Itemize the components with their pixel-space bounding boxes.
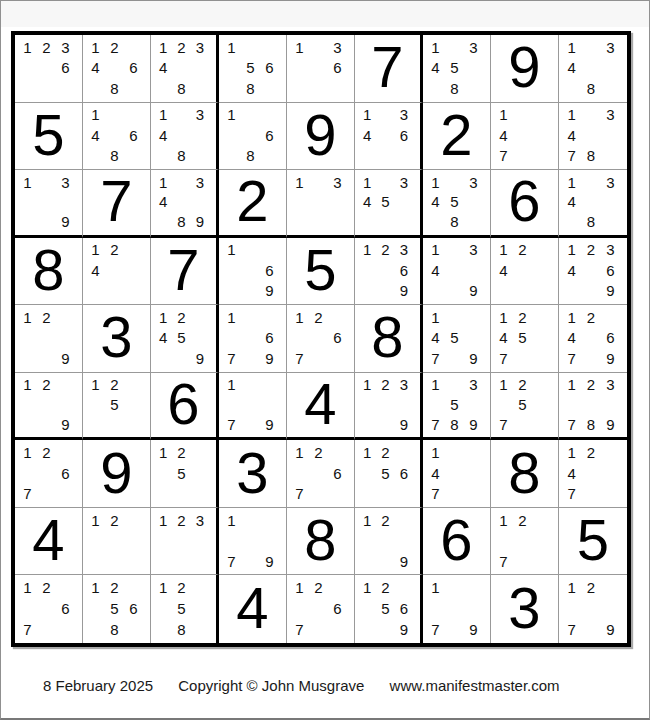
- cell-r1c9[interactable]: 1348: [559, 35, 627, 103]
- pencil-mark-3: [56, 577, 75, 598]
- pencil-mark-9: 9: [260, 348, 279, 369]
- cell-r2c6[interactable]: 1346: [355, 103, 423, 171]
- pencil-mark-2: [513, 105, 532, 126]
- pencil-mark-6: [464, 58, 483, 79]
- pencil-mark-2: [241, 307, 260, 328]
- cell-r6c1[interactable]: 129: [15, 373, 83, 441]
- pencil-mark-6: [532, 260, 551, 281]
- cell-r5c5[interactable]: 1267: [287, 305, 355, 373]
- pencil-mark-5: [376, 395, 394, 415]
- cell-r2c9[interactable]: 13478: [559, 103, 627, 171]
- pencil-mark-5: [37, 328, 56, 349]
- cell-r9c6[interactable]: 12569: [355, 575, 423, 643]
- cell-r5c9[interactable]: 124679: [559, 305, 627, 373]
- cell-r7c2[interactable]: 9: [83, 440, 151, 508]
- pencil-mark-1: 1: [426, 37, 445, 58]
- pencil-mark-3: [260, 307, 279, 328]
- cell-r5c3[interactable]: 12459: [151, 305, 219, 373]
- pencil-mark-4: [86, 530, 105, 551]
- cell-r6c8[interactable]: 1257: [491, 373, 559, 441]
- pencil-mark-4: [426, 395, 445, 415]
- cell-r7c3[interactable]: 125: [151, 440, 219, 508]
- pencil-mark-9: [601, 212, 620, 232]
- pencil-mark-9: 9: [464, 348, 483, 369]
- pencil-mark-2: 2: [513, 510, 532, 531]
- pencil-mark-2: [172, 172, 190, 192]
- pencil-mark-9: [395, 483, 413, 504]
- pencil-mark-1: 1: [222, 307, 241, 328]
- pencil-mark-4: [18, 463, 37, 484]
- pencil-mark-1: 1: [358, 577, 376, 598]
- pencil-mark-3: 3: [464, 240, 483, 261]
- pencil-mark-3: 3: [56, 172, 75, 192]
- pencil-mark-4: [222, 58, 241, 79]
- pencil-mark-1: 1: [222, 375, 241, 395]
- pencil-mark-7: [494, 281, 513, 302]
- pencil-mark-6: [601, 463, 620, 484]
- cell-r3c2[interactable]: 7: [83, 170, 151, 238]
- cell-r8c7[interactable]: 6: [423, 508, 491, 576]
- pencil-mark-3: 3: [601, 240, 620, 261]
- pencil-mark-7: [18, 78, 37, 99]
- pencil-mark-3: 3: [328, 37, 347, 58]
- cell-r1c1[interactable]: 1236: [15, 35, 83, 103]
- pencil-mark-9: 9: [601, 414, 620, 434]
- pencil-mark-2: [445, 37, 464, 58]
- cell-r1c7[interactable]: 13458: [423, 35, 491, 103]
- cell-r8c1[interactable]: 4: [15, 508, 83, 576]
- pencil-mark-1: 1: [562, 442, 581, 463]
- pencil-mark-4: [222, 395, 241, 415]
- pencil-mark-3: [532, 105, 551, 126]
- pencil-marks: 1267: [18, 442, 75, 504]
- footer-website-link[interactable]: www.manifestmaster.com: [390, 677, 560, 694]
- pencil-mark-8: 8: [172, 146, 190, 167]
- pencil-mark-1: 1: [222, 37, 241, 58]
- pencil-mark-3: [260, 105, 279, 126]
- pencil-mark-5: 5: [376, 598, 394, 619]
- solved-digit: 6: [440, 511, 472, 569]
- pencil-mark-7: 7: [222, 414, 241, 434]
- footer-copyright: Copyright © John Musgrave: [178, 677, 364, 694]
- pencil-marks: 1267: [290, 577, 347, 640]
- pencil-mark-4: [154, 598, 172, 619]
- cell-r3c6[interactable]: 1345: [355, 170, 423, 238]
- cell-r7c7[interactable]: 147: [423, 440, 491, 508]
- pencil-mark-6: [464, 463, 483, 484]
- cell-r3c3[interactable]: 13489: [151, 170, 219, 238]
- pencil-mark-5: [37, 192, 56, 212]
- cell-r8c8[interactable]: 127: [491, 508, 559, 576]
- pencil-mark-7: [358, 551, 376, 572]
- pencil-mark-7: [562, 78, 581, 99]
- pencil-mark-6: [395, 530, 413, 551]
- pencil-marks: 12457: [494, 307, 551, 369]
- pencil-mark-4: 4: [154, 328, 172, 349]
- pencil-marks: 1568: [222, 37, 279, 99]
- pencil-mark-6: 6: [260, 328, 279, 349]
- pencil-mark-7: 7: [494, 146, 513, 167]
- pencil-mark-5: 5: [376, 463, 394, 484]
- pencil-mark-9: [328, 348, 347, 369]
- cell-r5c8[interactable]: 12457: [491, 305, 559, 373]
- cell-r5c6[interactable]: 8: [355, 305, 423, 373]
- pencil-mark-2: 2: [37, 307, 56, 328]
- pencil-mark-4: [358, 395, 376, 415]
- pencil-mark-5: [581, 328, 600, 349]
- pencil-mark-8: [105, 281, 124, 302]
- pencil-marks: 13458: [426, 172, 483, 232]
- pencil-mark-2: [445, 375, 464, 395]
- cell-r4c9[interactable]: 123469: [559, 238, 627, 306]
- pencil-mark-7: 7: [290, 483, 309, 504]
- cell-r9c2[interactable]: 12568: [83, 575, 151, 643]
- cell-r4c6[interactable]: 12369: [355, 238, 423, 306]
- pencil-marks: 12569: [358, 577, 413, 640]
- pencil-mark-4: [358, 530, 376, 551]
- cell-r4c8[interactable]: 124: [491, 238, 559, 306]
- pencil-marks: 1349: [426, 240, 483, 302]
- pencil-mark-4: [494, 530, 513, 551]
- pencil-mark-2: [241, 37, 260, 58]
- pencil-mark-8: 8: [172, 212, 190, 232]
- pencil-mark-3: [328, 442, 347, 463]
- pencil-mark-1: 1: [290, 307, 309, 328]
- sudoku-board: 1236124681234815681367134589134851468134…: [11, 31, 631, 647]
- cell-r2c7[interactable]: 2: [423, 103, 491, 171]
- pencil-mark-1: 1: [154, 577, 172, 598]
- pencil-mark-1: 1: [154, 510, 172, 531]
- pencil-mark-3: 3: [395, 240, 413, 261]
- pencil-mark-2: 2: [105, 577, 124, 598]
- cell-r2c3[interactable]: 1348: [151, 103, 219, 171]
- pencil-mark-7: [86, 414, 105, 434]
- pencil-mark-4: 4: [562, 463, 581, 484]
- pencil-marks: 1257: [494, 375, 551, 435]
- pencil-marks: 129: [358, 510, 413, 572]
- pencil-mark-7: 7: [426, 619, 445, 640]
- cell-r9c3[interactable]: 1258: [151, 575, 219, 643]
- cell-r3c5[interactable]: 13: [287, 170, 355, 238]
- pencil-mark-9: 9: [56, 414, 75, 434]
- pencil-mark-6: 6: [56, 598, 75, 619]
- pencil-marks: 168: [222, 105, 279, 167]
- pencil-mark-9: [56, 619, 75, 640]
- solved-digit: 9: [100, 444, 132, 502]
- cell-r2c2[interactable]: 1468: [83, 103, 151, 171]
- pencil-mark-2: [172, 105, 190, 126]
- pencil-mark-5: [105, 58, 124, 79]
- pencil-mark-8: 8: [445, 78, 464, 99]
- cell-r6c9[interactable]: 123789: [559, 373, 627, 441]
- pencil-mark-1: 1: [222, 240, 241, 261]
- pencil-mark-6: [191, 192, 209, 212]
- pencil-mark-5: [241, 125, 260, 146]
- pencil-mark-4: 4: [426, 463, 445, 484]
- pencil-mark-4: [18, 192, 37, 212]
- cell-r9c7[interactable]: 179: [423, 575, 491, 643]
- pencil-mark-5: [581, 395, 600, 415]
- pencil-mark-5: 5: [172, 328, 190, 349]
- pencil-mark-8: [105, 551, 124, 572]
- pencil-mark-2: [309, 172, 328, 192]
- pencil-mark-5: [376, 125, 394, 146]
- pencil-mark-1: 1: [358, 105, 376, 126]
- solved-digit: 8: [371, 308, 403, 366]
- pencil-mark-6: [260, 395, 279, 415]
- cell-r9c9[interactable]: 1279: [559, 575, 627, 643]
- cell-r9c5[interactable]: 1267: [287, 575, 355, 643]
- cell-r5c2[interactable]: 3: [83, 305, 151, 373]
- cell-r8c4[interactable]: 179: [219, 508, 287, 576]
- pencil-mark-6: [464, 598, 483, 619]
- cell-r9c1[interactable]: 1267: [15, 575, 83, 643]
- cell-r9c4[interactable]: 4: [219, 575, 287, 643]
- pencil-mark-3: [260, 375, 279, 395]
- cell-r5c1[interactable]: 129: [15, 305, 83, 373]
- cell-r6c7[interactable]: 135789: [423, 373, 491, 441]
- pencil-mark-6: [464, 192, 483, 212]
- pencil-mark-6: [124, 530, 143, 551]
- cell-r3c8[interactable]: 6: [491, 170, 559, 238]
- pencil-mark-9: [532, 414, 551, 434]
- pencil-mark-4: [290, 328, 309, 349]
- pencil-mark-5: [172, 530, 190, 551]
- cell-r3c1[interactable]: 139: [15, 170, 83, 238]
- pencil-mark-1: 1: [18, 442, 37, 463]
- pencil-mark-9: [191, 78, 209, 99]
- cell-r4c2[interactable]: 124: [83, 238, 151, 306]
- pencil-mark-1: 1: [18, 172, 37, 192]
- pencil-mark-2: [445, 442, 464, 463]
- cell-r7c8[interactable]: 8: [491, 440, 559, 508]
- pencil-mark-7: [86, 146, 105, 167]
- pencil-mark-9: [124, 619, 143, 640]
- pencil-mark-3: [601, 307, 620, 328]
- pencil-mark-8: 8: [445, 212, 464, 232]
- solved-digit: 5: [577, 511, 609, 569]
- pencil-mark-1: 1: [562, 307, 581, 328]
- pencil-mark-2: 2: [172, 37, 190, 58]
- pencil-mark-5: [105, 260, 124, 281]
- pencil-marks: 135789: [426, 375, 483, 435]
- cell-r1c3[interactable]: 12348: [151, 35, 219, 103]
- footer: 8 February 2025 Copyright © John Musgrav…: [43, 677, 560, 694]
- pencil-mark-8: 8: [105, 619, 124, 640]
- pencil-mark-2: [445, 577, 464, 598]
- pencil-mark-3: 3: [601, 37, 620, 58]
- cell-r4c5[interactable]: 5: [287, 238, 355, 306]
- pencil-mark-8: [445, 348, 464, 369]
- pencil-mark-1: 1: [154, 442, 172, 463]
- cell-r4c7[interactable]: 1349: [423, 238, 491, 306]
- pencil-marks: 13478: [562, 105, 620, 167]
- pencil-mark-7: 7: [562, 348, 581, 369]
- pencil-mark-6: 6: [601, 260, 620, 281]
- pencil-mark-7: [562, 281, 581, 302]
- pencil-mark-3: 3: [191, 37, 209, 58]
- pencil-marks: 14579: [426, 307, 483, 369]
- pencil-mark-3: [124, 240, 143, 261]
- pencil-mark-7: 7: [18, 619, 37, 640]
- pencil-mark-3: 3: [601, 105, 620, 126]
- pencil-mark-8: [241, 281, 260, 302]
- cell-r5c7[interactable]: 14579: [423, 305, 491, 373]
- pencil-mark-9: [56, 78, 75, 99]
- pencil-mark-1: 1: [562, 577, 581, 598]
- pencil-mark-2: 2: [376, 375, 394, 395]
- pencil-mark-8: [241, 348, 260, 369]
- pencil-mark-1: 1: [18, 577, 37, 598]
- cell-r7c4[interactable]: 3: [219, 440, 287, 508]
- pencil-mark-8: 8: [581, 414, 600, 434]
- cell-r8c5[interactable]: 8: [287, 508, 355, 576]
- pencil-mark-8: [513, 414, 532, 434]
- cell-r2c1[interactable]: 5: [15, 103, 83, 171]
- pencil-mark-4: 4: [426, 58, 445, 79]
- pencil-mark-6: 6: [395, 598, 413, 619]
- pencil-marks: 1348: [562, 172, 620, 232]
- pencil-mark-7: [18, 348, 37, 369]
- pencil-mark-6: 6: [124, 58, 143, 79]
- pencil-mark-2: 2: [581, 442, 600, 463]
- pencil-mark-4: [154, 530, 172, 551]
- cell-r6c4[interactable]: 179: [219, 373, 287, 441]
- pencil-mark-5: [309, 58, 328, 79]
- window-top-strip: [1, 1, 649, 27]
- cell-r6c6[interactable]: 1239: [355, 373, 423, 441]
- pencil-mark-6: [464, 260, 483, 281]
- pencil-mark-6: [601, 192, 620, 212]
- pencil-mark-3: 3: [328, 172, 347, 192]
- pencil-mark-9: 9: [260, 551, 279, 572]
- pencil-mark-7: [426, 212, 445, 232]
- pencil-mark-3: 3: [56, 37, 75, 58]
- pencil-marks: 123: [154, 510, 209, 572]
- cell-r8c9[interactable]: 5: [559, 508, 627, 576]
- cell-r1c6[interactable]: 7: [355, 35, 423, 103]
- page: 1236124681234815681367134589134851468134…: [0, 0, 650, 720]
- cell-r1c8[interactable]: 9: [491, 35, 559, 103]
- cell-r2c8[interactable]: 147: [491, 103, 559, 171]
- pencil-mark-1: 1: [426, 375, 445, 395]
- cell-r6c2[interactable]: 125: [83, 373, 151, 441]
- solved-digit: 4: [304, 375, 336, 433]
- cell-r8c3[interactable]: 123: [151, 508, 219, 576]
- pencil-mark-4: 4: [426, 260, 445, 281]
- cell-r4c4[interactable]: 169: [219, 238, 287, 306]
- pencil-mark-6: 6: [124, 598, 143, 619]
- solved-digit: 8: [508, 444, 540, 502]
- pencil-mark-7: 7: [562, 414, 581, 434]
- cell-r8c6[interactable]: 129: [355, 508, 423, 576]
- cell-r1c4[interactable]: 1568: [219, 35, 287, 103]
- pencil-mark-3: [124, 375, 143, 395]
- solved-digit: 3: [508, 579, 540, 637]
- pencil-mark-5: [241, 328, 260, 349]
- pencil-marks: 179: [426, 577, 483, 640]
- cell-r9c8[interactable]: 3: [491, 575, 559, 643]
- pencil-mark-8: [172, 348, 190, 369]
- pencil-mark-5: [172, 125, 190, 146]
- pencil-mark-4: [562, 395, 581, 415]
- pencil-mark-5: [445, 598, 464, 619]
- cell-r7c5[interactable]: 1267: [287, 440, 355, 508]
- cell-r3c9[interactable]: 1348: [559, 170, 627, 238]
- pencil-mark-5: 5: [105, 598, 124, 619]
- cell-r3c4[interactable]: 2: [219, 170, 287, 238]
- pencil-mark-7: [18, 212, 37, 232]
- pencil-mark-6: [532, 328, 551, 349]
- pencil-mark-2: 2: [376, 510, 394, 531]
- pencil-mark-1: 1: [494, 375, 513, 395]
- pencil-mark-5: [513, 260, 532, 281]
- cell-r7c6[interactable]: 1256: [355, 440, 423, 508]
- pencil-mark-9: [124, 281, 143, 302]
- cell-r1c5[interactable]: 136: [287, 35, 355, 103]
- pencil-mark-9: [328, 78, 347, 99]
- pencil-mark-4: 4: [494, 260, 513, 281]
- pencil-mark-4: [358, 598, 376, 619]
- cell-r4c3[interactable]: 7: [151, 238, 219, 306]
- pencil-mark-7: [86, 281, 105, 302]
- cell-r4c1[interactable]: 8: [15, 238, 83, 306]
- pencil-mark-9: [464, 78, 483, 99]
- pencil-mark-6: [56, 395, 75, 415]
- pencil-mark-6: 6: [260, 125, 279, 146]
- cell-r7c9[interactable]: 1247: [559, 440, 627, 508]
- cell-r2c5[interactable]: 9: [287, 103, 355, 171]
- pencil-mark-1: 1: [494, 240, 513, 261]
- pencil-mark-2: 2: [513, 375, 532, 395]
- pencil-mark-2: 2: [309, 307, 328, 328]
- pencil-mark-8: [445, 483, 464, 504]
- pencil-mark-7: 7: [562, 483, 581, 504]
- pencil-mark-9: [191, 483, 209, 504]
- pencil-mark-1: 1: [154, 172, 172, 192]
- cell-r2c4[interactable]: 168: [219, 103, 287, 171]
- pencil-marks: 123789: [562, 375, 620, 435]
- cell-r1c2[interactable]: 12468: [83, 35, 151, 103]
- cell-r6c5[interactable]: 4: [287, 373, 355, 441]
- pencil-mark-4: [222, 260, 241, 281]
- pencil-mark-1: 1: [562, 37, 581, 58]
- cell-r7c1[interactable]: 1267: [15, 440, 83, 508]
- pencil-mark-5: [37, 58, 56, 79]
- pencil-mark-5: [37, 395, 56, 415]
- cell-r3c7[interactable]: 13458: [423, 170, 491, 238]
- pencil-marks: 1256: [358, 442, 413, 504]
- pencil-mark-7: [154, 551, 172, 572]
- pencil-mark-2: 2: [172, 577, 190, 598]
- pencil-mark-6: 6: [328, 598, 347, 619]
- pencil-mark-6: [124, 395, 143, 415]
- pencil-mark-8: [513, 348, 532, 369]
- pencil-mark-6: 6: [56, 58, 75, 79]
- pencil-mark-8: [241, 551, 260, 572]
- pencil-mark-9: [328, 619, 347, 640]
- cell-r8c2[interactable]: 12: [83, 508, 151, 576]
- pencil-mark-6: [532, 125, 551, 146]
- pencil-mark-7: [154, 78, 172, 99]
- pencil-mark-5: [105, 125, 124, 146]
- solved-digit: 3: [236, 444, 268, 502]
- pencil-mark-3: [464, 577, 483, 598]
- cell-r5c4[interactable]: 1679: [219, 305, 287, 373]
- cell-r6c3[interactable]: 6: [151, 373, 219, 441]
- pencil-marks: 12: [86, 510, 143, 572]
- pencil-mark-1: 1: [154, 105, 172, 126]
